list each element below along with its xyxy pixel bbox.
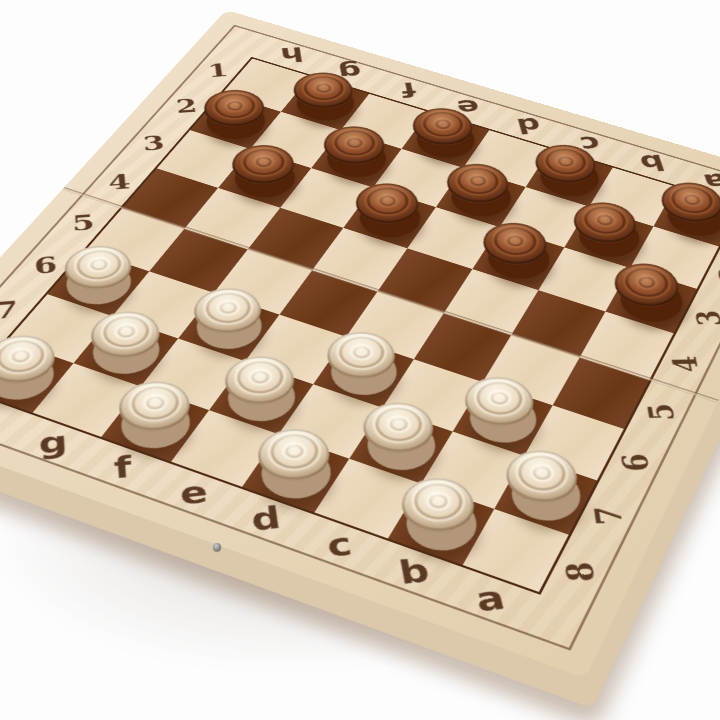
photo-stage: 1122334455667788hhggffeeddccbbaa	[0, 0, 720, 720]
hinge-screw-icon	[213, 543, 221, 551]
